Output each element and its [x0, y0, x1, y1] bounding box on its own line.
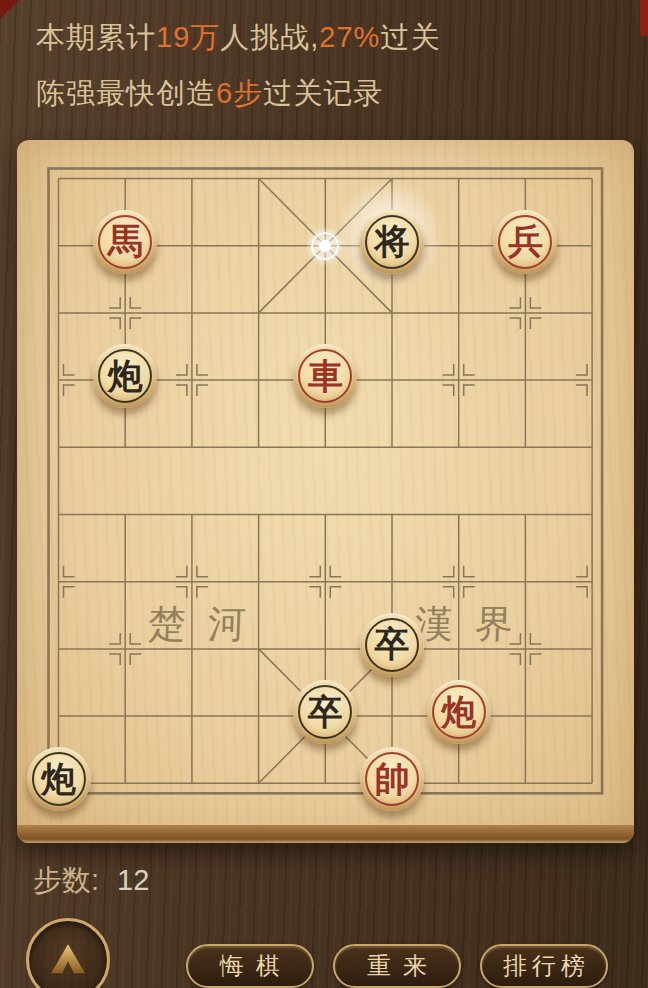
xiangqi-board[interactable]: 楚河 漢界 馬将兵炮車卒卒炮帥炮: [17, 140, 634, 843]
highlight-number: 27%: [319, 21, 380, 53]
expand-button[interactable]: [26, 918, 110, 988]
piece-character: 馬: [93, 210, 157, 274]
header-text: 本期累计: [36, 21, 156, 53]
highlight-number: 19万: [156, 21, 220, 53]
piece-character: 卒: [360, 613, 424, 677]
piece-red-soldier[interactable]: 兵: [493, 210, 557, 274]
piece-black-cannon[interactable]: 炮: [27, 747, 91, 811]
corner-ribbon: [0, 0, 19, 19]
piece-character: 炮: [27, 747, 91, 811]
challenge-stats-text: 本期累计19万人挑战,27%过关: [36, 18, 440, 58]
piece-red-general[interactable]: 帥: [360, 747, 424, 811]
piece-black-general[interactable]: 将: [360, 210, 424, 274]
leaderboard-label: 排行榜: [498, 950, 590, 982]
step-counter-label: 步数:: [33, 864, 99, 896]
piece-character: 炮: [427, 680, 491, 744]
river-label-chu-he: 楚河: [147, 599, 269, 650]
highlight-number: 6步: [216, 77, 263, 109]
restart-label: 重来: [355, 950, 439, 982]
piece-black-cannon[interactable]: 炮: [93, 344, 157, 408]
river-label-han-jie: 漢界: [414, 599, 536, 650]
piece-character: 帥: [360, 747, 424, 811]
last-move-marker: [307, 228, 343, 264]
piece-character: 炮: [93, 344, 157, 408]
step-counter-value: 12: [117, 864, 149, 896]
header-text: 过关: [380, 21, 440, 53]
undo-move-button[interactable]: 悔棋: [186, 944, 314, 988]
undo-move-label: 悔棋: [208, 950, 292, 982]
header-text: 陈强最快创造: [36, 77, 216, 109]
header-text: 过关记录: [263, 77, 383, 109]
restart-button[interactable]: 重来: [333, 944, 461, 988]
edge-flag: [640, 0, 648, 36]
leaderboard-button[interactable]: 排行榜: [480, 944, 608, 988]
step-counter: 步数:12: [33, 861, 149, 901]
piece-character: 車: [293, 344, 357, 408]
piece-red-chariot[interactable]: 車: [293, 344, 357, 408]
piece-red-cannon[interactable]: 炮: [427, 680, 491, 744]
piece-character: 兵: [493, 210, 557, 274]
record-text: 陈强最快创造6步过关记录: [36, 74, 383, 114]
piece-black-soldier[interactable]: 卒: [293, 680, 357, 744]
piece-red-horse[interactable]: 馬: [93, 210, 157, 274]
header-text: 人挑战,: [220, 21, 319, 53]
piece-character: 将: [360, 210, 424, 274]
piece-character: 卒: [293, 680, 357, 744]
piece-black-soldier[interactable]: 卒: [360, 613, 424, 677]
chevron-up-icon: [48, 942, 88, 976]
